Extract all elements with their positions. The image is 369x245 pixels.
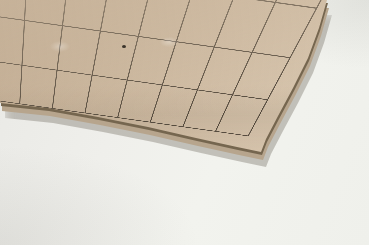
grid-cell [0,60,21,104]
table-background [0,0,369,245]
black-stone[interactable] [34,35,88,70]
star-point [122,45,126,48]
black-stone[interactable] [145,31,195,64]
grid-cell [0,14,24,64]
grid-cell [19,65,56,108]
go-board-grid[interactable] [0,0,369,153]
